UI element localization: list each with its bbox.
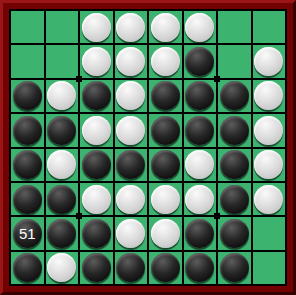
white-disc xyxy=(116,116,145,145)
board-cell-a4[interactable] xyxy=(11,114,44,146)
board-cell-d1[interactable] xyxy=(115,11,148,43)
board-cell-e7[interactable] xyxy=(149,217,182,249)
board-cell-b5[interactable] xyxy=(46,149,79,181)
board-cell-g8[interactable] xyxy=(218,252,251,284)
white-disc xyxy=(185,13,214,42)
black-disc xyxy=(220,81,249,110)
board-cell-c3[interactable] xyxy=(80,80,113,112)
board-cell-b1[interactable] xyxy=(46,11,79,43)
board-cell-h4[interactable] xyxy=(253,114,286,146)
black-disc xyxy=(47,116,76,145)
black-disc xyxy=(220,253,249,282)
board-cell-b4[interactable] xyxy=(46,114,79,146)
last-move-number: 51 xyxy=(19,226,36,241)
board-cell-e2[interactable] xyxy=(149,45,182,77)
board-cell-h1[interactable] xyxy=(253,11,286,43)
black-disc: 51 xyxy=(13,219,42,248)
black-disc xyxy=(185,81,214,110)
board-cell-c5[interactable] xyxy=(80,149,113,181)
board-cell-a1[interactable] xyxy=(11,11,44,43)
black-disc xyxy=(47,219,76,248)
black-disc xyxy=(151,253,180,282)
black-disc xyxy=(151,81,180,110)
board-cell-d5[interactable] xyxy=(115,149,148,181)
board-cell-b2[interactable] xyxy=(46,45,79,77)
black-disc xyxy=(116,150,145,179)
board-cell-h6[interactable] xyxy=(253,183,286,215)
white-disc xyxy=(254,116,283,145)
white-disc xyxy=(82,185,111,214)
white-disc xyxy=(185,185,214,214)
black-disc xyxy=(220,116,249,145)
white-disc xyxy=(82,116,111,145)
board-inner-frame: 51 xyxy=(9,9,287,286)
white-disc xyxy=(151,185,180,214)
black-disc xyxy=(220,150,249,179)
black-disc xyxy=(13,81,42,110)
board-cell-c7[interactable] xyxy=(80,217,113,249)
white-disc xyxy=(116,81,145,110)
board-cell-h7[interactable] xyxy=(253,217,286,249)
black-disc xyxy=(82,219,111,248)
board-cell-d7[interactable] xyxy=(115,217,148,249)
board-cell-b3[interactable] xyxy=(46,80,79,112)
board-cell-c6[interactable] xyxy=(80,183,113,215)
board-cell-c4[interactable] xyxy=(80,114,113,146)
black-disc xyxy=(220,185,249,214)
white-disc xyxy=(151,13,180,42)
white-disc xyxy=(116,13,145,42)
white-disc xyxy=(47,253,76,282)
black-disc xyxy=(185,47,214,76)
black-disc xyxy=(185,219,214,248)
black-disc xyxy=(13,253,42,282)
board-cell-c8[interactable] xyxy=(80,252,113,284)
board-cell-g5[interactable] xyxy=(218,149,251,181)
board-cell-f5[interactable] xyxy=(184,149,217,181)
board-cell-h5[interactable] xyxy=(253,149,286,181)
board-cell-f4[interactable] xyxy=(184,114,217,146)
black-disc xyxy=(82,253,111,282)
white-disc xyxy=(116,185,145,214)
board-cell-a8[interactable] xyxy=(11,252,44,284)
white-disc xyxy=(254,81,283,110)
othello-board: 51 xyxy=(11,11,285,284)
white-disc xyxy=(82,47,111,76)
board-cell-d4[interactable] xyxy=(115,114,148,146)
board-cell-h3[interactable] xyxy=(253,80,286,112)
board-cell-e4[interactable] xyxy=(149,114,182,146)
board-outer-bevel: 51 xyxy=(0,0,296,295)
board-cell-g4[interactable] xyxy=(218,114,251,146)
board-cell-f8[interactable] xyxy=(184,252,217,284)
board-cell-c1[interactable] xyxy=(80,11,113,43)
board-cell-a5[interactable] xyxy=(11,149,44,181)
white-disc xyxy=(116,47,145,76)
black-disc xyxy=(151,150,180,179)
board-cell-e8[interactable] xyxy=(149,252,182,284)
board-frame: 51 xyxy=(3,3,293,292)
board-cell-a2[interactable] xyxy=(11,45,44,77)
white-disc xyxy=(185,150,214,179)
white-disc xyxy=(254,150,283,179)
board-cell-g3[interactable] xyxy=(218,80,251,112)
board-cell-g7[interactable] xyxy=(218,217,251,249)
board-cell-f7[interactable] xyxy=(184,217,217,249)
black-disc xyxy=(13,116,42,145)
board-cell-b6[interactable] xyxy=(46,183,79,215)
white-disc xyxy=(254,47,283,76)
board-cell-e1[interactable] xyxy=(149,11,182,43)
black-disc xyxy=(185,253,214,282)
board-cell-b7[interactable] xyxy=(46,217,79,249)
board-cell-d3[interactable] xyxy=(115,80,148,112)
white-disc xyxy=(116,219,145,248)
black-disc xyxy=(82,150,111,179)
black-disc xyxy=(151,116,180,145)
black-disc xyxy=(13,150,42,179)
black-disc xyxy=(185,116,214,145)
board-cell-f1[interactable] xyxy=(184,11,217,43)
board-cell-g6[interactable] xyxy=(218,183,251,215)
board-cell-a3[interactable] xyxy=(11,80,44,112)
white-disc xyxy=(47,150,76,179)
board-cell-d6[interactable] xyxy=(115,183,148,215)
board-cell-d2[interactable] xyxy=(115,45,148,77)
board-cell-g1[interactable] xyxy=(218,11,251,43)
board-cell-e3[interactable] xyxy=(149,80,182,112)
board-cell-c2[interactable] xyxy=(80,45,113,77)
white-disc xyxy=(47,81,76,110)
black-disc xyxy=(116,253,145,282)
board-cell-a6[interactable] xyxy=(11,183,44,215)
board-cell-b8[interactable] xyxy=(46,252,79,284)
black-disc xyxy=(47,185,76,214)
white-disc xyxy=(82,13,111,42)
board-cell-g2[interactable] xyxy=(218,45,251,77)
board-cell-f3[interactable] xyxy=(184,80,217,112)
board-cell-h2[interactable] xyxy=(253,45,286,77)
white-disc xyxy=(254,185,283,214)
board-cell-e5[interactable] xyxy=(149,149,182,181)
board-cell-h8[interactable] xyxy=(253,252,286,284)
board-cell-d8[interactable] xyxy=(115,252,148,284)
black-disc xyxy=(220,219,249,248)
black-disc xyxy=(82,81,111,110)
board-cell-f2[interactable] xyxy=(184,45,217,77)
white-disc xyxy=(151,219,180,248)
board-cell-e6[interactable] xyxy=(149,183,182,215)
black-disc xyxy=(13,185,42,214)
board-cell-a7[interactable]: 51 xyxy=(11,217,44,249)
white-disc xyxy=(151,47,180,76)
board-cell-f6[interactable] xyxy=(184,183,217,215)
